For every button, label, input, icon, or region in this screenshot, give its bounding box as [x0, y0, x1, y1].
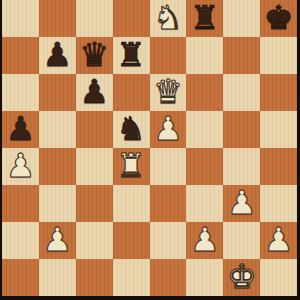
square-b3[interactable] — [39, 185, 76, 222]
square-c4[interactable] — [76, 148, 113, 185]
black-pawn-piece[interactable]: ♟ — [43, 38, 73, 71]
white-king-piece[interactable]: ♚ — [227, 260, 257, 293]
square-g6[interactable] — [223, 74, 260, 111]
white-queen-piece[interactable]: ♛ — [153, 75, 183, 108]
square-h8[interactable]: ♚ — [260, 0, 297, 37]
square-h3[interactable] — [260, 185, 297, 222]
square-c5[interactable] — [76, 111, 113, 148]
square-e8[interactable]: ♞ — [150, 0, 187, 37]
black-pawn-piece[interactable]: ♟ — [6, 112, 36, 145]
white-rook-piece[interactable]: ♜ — [116, 149, 146, 182]
black-rook-piece[interactable]: ♜ — [116, 38, 146, 71]
square-h4[interactable] — [260, 148, 297, 185]
white-pawn-piece[interactable]: ♟ — [153, 112, 183, 145]
square-f5[interactable] — [186, 111, 223, 148]
square-d4[interactable]: ♜ — [113, 148, 150, 185]
square-c6[interactable]: ♟ — [76, 74, 113, 111]
square-d1[interactable] — [113, 259, 150, 296]
square-b4[interactable] — [39, 148, 76, 185]
square-g2[interactable] — [223, 222, 260, 259]
square-f2[interactable]: ♟ — [186, 222, 223, 259]
square-f6[interactable] — [186, 74, 223, 111]
square-e4[interactable] — [150, 148, 187, 185]
black-knight-piece[interactable]: ♞ — [116, 112, 146, 145]
white-pawn-piece[interactable]: ♟ — [6, 149, 36, 182]
square-g4[interactable] — [223, 148, 260, 185]
black-rook-piece[interactable]: ♜ — [190, 1, 220, 34]
chess-app-window: ♞♜♚♟♛♜♟♛♟♞♟♟♜♟♟♟♟♚ — [0, 0, 300, 300]
square-a5[interactable]: ♟ — [2, 111, 39, 148]
square-d8[interactable] — [113, 0, 150, 37]
square-f3[interactable] — [186, 185, 223, 222]
square-a1[interactable] — [2, 259, 39, 296]
square-c3[interactable] — [76, 185, 113, 222]
square-a8[interactable] — [2, 0, 39, 37]
square-b6[interactable] — [39, 74, 76, 111]
square-b7[interactable]: ♟ — [39, 37, 76, 74]
square-f7[interactable] — [186, 37, 223, 74]
square-g8[interactable] — [223, 0, 260, 37]
square-e5[interactable]: ♟ — [150, 111, 187, 148]
square-g1[interactable]: ♚ — [223, 259, 260, 296]
black-pawn-piece[interactable]: ♟ — [79, 75, 109, 108]
square-d6[interactable] — [113, 74, 150, 111]
square-c8[interactable] — [76, 0, 113, 37]
square-a7[interactable] — [2, 37, 39, 74]
square-h6[interactable] — [260, 74, 297, 111]
white-pawn-piece[interactable]: ♟ — [190, 223, 220, 256]
square-d5[interactable]: ♞ — [113, 111, 150, 148]
square-f8[interactable]: ♜ — [186, 0, 223, 37]
white-pawn-piece[interactable]: ♟ — [264, 223, 294, 256]
square-a2[interactable] — [2, 222, 39, 259]
square-e6[interactable]: ♛ — [150, 74, 187, 111]
square-c7[interactable]: ♛ — [76, 37, 113, 74]
square-e7[interactable] — [150, 37, 187, 74]
square-b2[interactable]: ♟ — [39, 222, 76, 259]
square-g7[interactable] — [223, 37, 260, 74]
square-h5[interactable] — [260, 111, 297, 148]
square-f1[interactable] — [186, 259, 223, 296]
white-pawn-piece[interactable]: ♟ — [227, 186, 257, 219]
black-queen-piece[interactable]: ♛ — [79, 38, 109, 71]
square-d2[interactable] — [113, 222, 150, 259]
square-e1[interactable] — [150, 259, 187, 296]
square-b1[interactable] — [39, 259, 76, 296]
square-g5[interactable] — [223, 111, 260, 148]
square-h1[interactable] — [260, 259, 297, 296]
chess-board: ♞♜♚♟♛♜♟♛♟♞♟♟♜♟♟♟♟♚ — [2, 0, 297, 296]
white-knight-piece[interactable]: ♞ — [153, 1, 183, 34]
square-b5[interactable] — [39, 111, 76, 148]
square-a4[interactable]: ♟ — [2, 148, 39, 185]
square-h7[interactable] — [260, 37, 297, 74]
square-g3[interactable]: ♟ — [223, 185, 260, 222]
square-c1[interactable] — [76, 259, 113, 296]
square-a6[interactable] — [2, 74, 39, 111]
square-d7[interactable]: ♜ — [113, 37, 150, 74]
square-f4[interactable] — [186, 148, 223, 185]
square-h2[interactable]: ♟ — [260, 222, 297, 259]
square-a3[interactable] — [2, 185, 39, 222]
square-d3[interactable] — [113, 185, 150, 222]
square-b8[interactable] — [39, 0, 76, 37]
square-c2[interactable] — [76, 222, 113, 259]
square-e3[interactable] — [150, 185, 187, 222]
white-pawn-piece[interactable]: ♟ — [43, 223, 73, 256]
black-king-piece[interactable]: ♚ — [264, 1, 294, 34]
square-e2[interactable] — [150, 222, 187, 259]
